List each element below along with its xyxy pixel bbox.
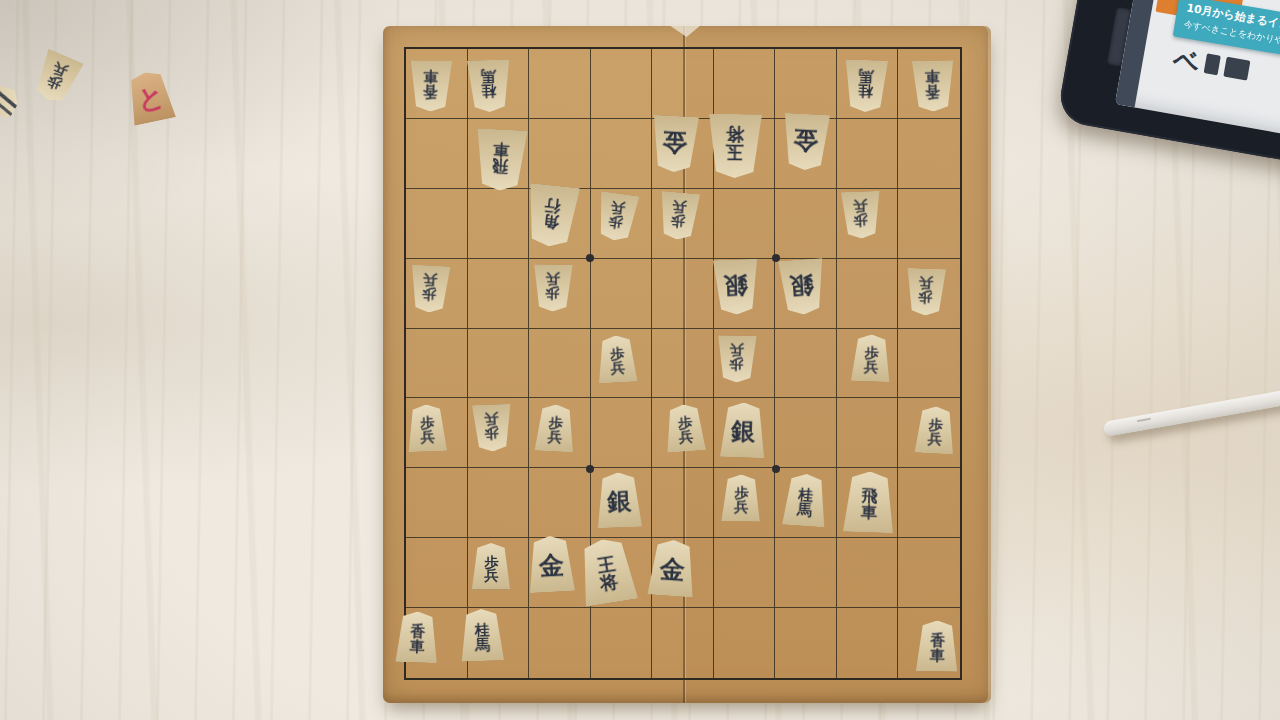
board-cell [591,119,653,189]
board-cell [775,329,837,399]
board-cell [406,538,468,608]
board-cell [591,608,653,678]
piece-kanji: 歩兵 [730,343,743,371]
clipped-headline-glyph [1223,57,1250,81]
board-cell [775,398,837,468]
piece-kanji: 金 [539,554,564,580]
board-cell [775,608,837,678]
board-cell [714,608,776,678]
board-cell [652,49,714,119]
piece-kanji: 桂馬 [481,69,496,99]
piece-kanji: 歩兵 [928,418,942,446]
board-cell [529,119,591,189]
board-cell [837,119,899,189]
board-cell [714,538,776,608]
board-cell [837,259,899,329]
board-cell [468,329,530,399]
tablet: shopify 10月から始まるインボイ 今すべきことをわかりやす ベ [1056,0,1280,186]
piece-pawn-gote[interactable]: 歩兵 [29,49,84,108]
piece-kanji: 香車 [409,624,424,654]
board-cell [406,119,468,189]
board-cell [714,49,776,119]
board-cell [406,468,468,538]
piece-kanji: 飛車 [493,142,510,174]
board-cell [837,398,899,468]
piece-kanji: 歩兵 [864,347,878,375]
board-cell [652,329,714,399]
piece-partial-gote[interactable] [0,76,21,124]
board-cell [406,189,468,259]
piece-kanji: 香車 [926,69,941,99]
star-point [772,254,780,262]
board-cell [591,398,653,468]
board-cell [898,189,960,259]
shogi-board: 香車桂馬桂馬香車飛車金玉将金角行歩兵歩兵歩兵歩兵歩兵銀銀歩兵歩兵歩兵歩兵歩兵歩兵… [383,26,991,703]
board-cell [529,608,591,678]
piece-tokin-sente[interactable]: と [123,68,176,126]
piece-kanji: 金 [663,129,688,155]
piece-kanji: 桂馬 [475,622,490,652]
piece-kanji: 桂馬 [797,488,813,518]
board-cell [652,259,714,329]
piece-kanji: 歩兵 [420,416,434,444]
piece-kanji: 歩兵 [423,273,437,301]
piece-kanji: 王将 [596,555,618,592]
piece-kanji: 歩兵 [734,487,747,515]
stylus-pen [1103,388,1280,437]
piece-kanji: 歩兵 [919,276,933,304]
piece-kanji: 歩兵 [485,411,499,439]
board-cell [837,608,899,678]
board-cell [898,329,960,399]
piece-kanji: 香車 [930,634,945,664]
board-cell [591,49,653,119]
piece-kanji: と [135,84,167,115]
board-cell [714,189,776,259]
piece-kanji: 歩兵 [854,198,868,226]
piece-kanji: 銀 [790,272,815,297]
piece-kanji: 金 [794,127,819,153]
piece-kanji: 歩兵 [485,555,498,582]
board-cell [529,329,591,399]
star-point [772,465,780,473]
piece-kanji: 歩兵 [678,416,693,444]
clipped-headline-text: ベ [1171,42,1203,81]
piece-kanji: 銀 [607,490,631,514]
board-cell [837,538,899,608]
piece-kanji: 歩兵 [546,272,559,300]
board-cell [652,468,714,538]
board-cell [468,468,530,538]
piece-kanji: 銀 [731,420,755,444]
desk-photo: 香車桂馬桂馬香車飛車金玉将金角行歩兵歩兵歩兵歩兵歩兵銀銀歩兵歩兵歩兵歩兵歩兵歩兵… [0,0,1280,720]
board-cell [775,189,837,259]
piece-kanji: 桂馬 [859,69,874,99]
piece-kanji: 歩兵 [548,416,562,444]
piece-kanji: 飛車 [861,489,877,521]
board-cell [529,49,591,119]
board-cell [406,329,468,399]
board-cell [898,538,960,608]
piece-kanji: 角行 [543,197,561,230]
tablet-screen: shopify 10月から始まるインボイ 今すべきことをわかりやす ベ [1115,0,1280,158]
clipped-headline-glyph [1204,53,1221,75]
piece-kanji: 歩兵 [672,199,687,227]
piece-kanji: 歩兵 [610,348,624,376]
board-cell [591,259,653,329]
board-cell [775,538,837,608]
board-cell [529,468,591,538]
board-cell [468,259,530,329]
piece-kanji: 歩兵 [47,61,70,91]
board-cell [652,608,714,678]
board-cell [898,119,960,189]
piece-kanji: 銀 [724,273,748,297]
star-point [586,465,594,473]
piece-kanji: 歩兵 [609,200,626,229]
star-point [586,254,594,262]
piece-kanji: 玉将 [726,126,744,162]
board-cell [775,49,837,119]
piece-kanji: 金 [659,558,685,584]
piece-kanji: 香車 [424,69,439,99]
board-cell [468,189,530,259]
board-cell [898,468,960,538]
